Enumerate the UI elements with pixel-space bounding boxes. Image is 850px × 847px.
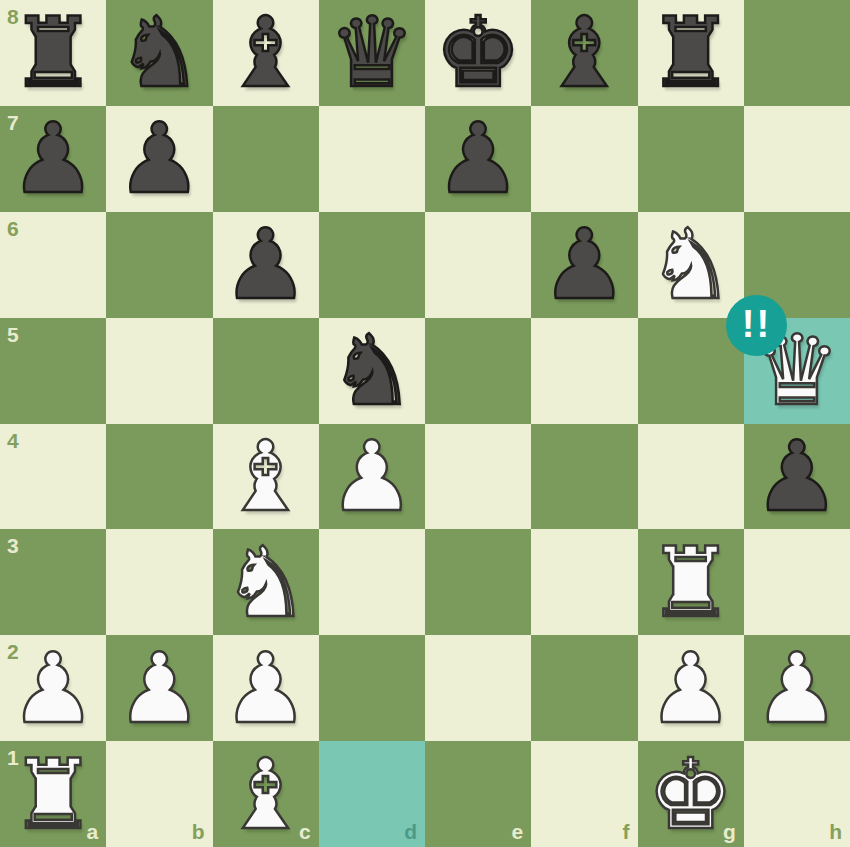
square-a6[interactable]: 6 bbox=[0, 212, 106, 318]
square-a8[interactable]: 8♜ bbox=[0, 0, 106, 106]
black-rook-piece[interactable]: ♜ bbox=[638, 0, 744, 106]
white-rook-piece[interactable]: ♜ bbox=[638, 529, 744, 635]
square-d4[interactable]: ♟ bbox=[319, 424, 425, 530]
brilliant-move-badge-icon: !! bbox=[726, 295, 787, 356]
square-e7[interactable]: ♟ bbox=[425, 106, 531, 212]
square-b6[interactable] bbox=[106, 212, 212, 318]
square-g3[interactable]: ♜ bbox=[638, 529, 744, 635]
square-a7[interactable]: 7♟ bbox=[0, 106, 106, 212]
file-label-e: e bbox=[512, 821, 524, 842]
white-pawn-piece[interactable]: ♟ bbox=[0, 635, 106, 741]
chess-board: 8♜♞♝♛♚♝♜7♟♟♟6♟♟♞5♞♛4♝♟♟3♞♜2♟♟♟♟♟1a♜bc♝de… bbox=[0, 0, 850, 847]
square-f6[interactable]: ♟ bbox=[531, 212, 637, 318]
black-queen-piece[interactable]: ♛ bbox=[319, 0, 425, 106]
rank-label-3: 3 bbox=[7, 535, 19, 556]
black-pawn-piece[interactable]: ♟ bbox=[425, 106, 531, 212]
square-a3[interactable]: 3 bbox=[0, 529, 106, 635]
rank-label-4: 4 bbox=[7, 430, 19, 451]
square-f7[interactable] bbox=[531, 106, 637, 212]
square-h7[interactable] bbox=[744, 106, 850, 212]
square-h1[interactable]: h bbox=[744, 741, 850, 847]
square-b7[interactable]: ♟ bbox=[106, 106, 212, 212]
square-c4[interactable]: ♝ bbox=[213, 424, 319, 530]
black-rook-piece[interactable]: ♜ bbox=[0, 0, 106, 106]
square-g4[interactable] bbox=[638, 424, 744, 530]
square-d8[interactable]: ♛ bbox=[319, 0, 425, 106]
white-knight-piece[interactable]: ♞ bbox=[638, 212, 744, 318]
square-c5[interactable] bbox=[213, 318, 319, 424]
square-e3[interactable] bbox=[425, 529, 531, 635]
square-g2[interactable]: ♟ bbox=[638, 635, 744, 741]
square-b4[interactable] bbox=[106, 424, 212, 530]
square-f1[interactable]: f bbox=[531, 741, 637, 847]
square-e6[interactable] bbox=[425, 212, 531, 318]
square-c6[interactable]: ♟ bbox=[213, 212, 319, 318]
rank-label-6: 6 bbox=[7, 218, 19, 239]
square-b2[interactable]: ♟ bbox=[106, 635, 212, 741]
square-e8[interactable]: ♚ bbox=[425, 0, 531, 106]
square-a4[interactable]: 4 bbox=[0, 424, 106, 530]
white-knight-piece[interactable]: ♞ bbox=[213, 529, 319, 635]
black-pawn-piece[interactable]: ♟ bbox=[531, 212, 637, 318]
white-bishop-piece[interactable]: ♝ bbox=[213, 741, 319, 847]
white-bishop-piece[interactable]: ♝ bbox=[213, 424, 319, 530]
square-e1[interactable]: e bbox=[425, 741, 531, 847]
white-pawn-piece[interactable]: ♟ bbox=[319, 424, 425, 530]
square-g8[interactable]: ♜ bbox=[638, 0, 744, 106]
square-c8[interactable]: ♝ bbox=[213, 0, 319, 106]
black-bishop-piece[interactable]: ♝ bbox=[531, 0, 637, 106]
square-g7[interactable] bbox=[638, 106, 744, 212]
square-e4[interactable] bbox=[425, 424, 531, 530]
square-c2[interactable]: ♟ bbox=[213, 635, 319, 741]
file-label-f: f bbox=[623, 821, 630, 842]
square-e2[interactable] bbox=[425, 635, 531, 741]
square-f3[interactable] bbox=[531, 529, 637, 635]
square-f2[interactable] bbox=[531, 635, 637, 741]
white-pawn-piece[interactable]: ♟ bbox=[744, 635, 850, 741]
file-label-d: d bbox=[404, 821, 417, 842]
square-f5[interactable] bbox=[531, 318, 637, 424]
square-c1[interactable]: c♝ bbox=[213, 741, 319, 847]
square-d5[interactable]: ♞ bbox=[319, 318, 425, 424]
white-pawn-piece[interactable]: ♟ bbox=[638, 635, 744, 741]
square-h8[interactable] bbox=[744, 0, 850, 106]
square-b5[interactable] bbox=[106, 318, 212, 424]
white-pawn-piece[interactable]: ♟ bbox=[106, 635, 212, 741]
white-rook-piece[interactable]: ♜ bbox=[0, 741, 106, 847]
square-d3[interactable] bbox=[319, 529, 425, 635]
square-c3[interactable]: ♞ bbox=[213, 529, 319, 635]
square-a2[interactable]: 2♟ bbox=[0, 635, 106, 741]
square-f4[interactable] bbox=[531, 424, 637, 530]
square-d6[interactable] bbox=[319, 212, 425, 318]
black-knight-piece[interactable]: ♞ bbox=[319, 318, 425, 424]
black-king-piece[interactable]: ♚ bbox=[425, 0, 531, 106]
square-g6[interactable]: ♞ bbox=[638, 212, 744, 318]
white-king-piece[interactable]: ♚ bbox=[638, 741, 744, 847]
square-b3[interactable] bbox=[106, 529, 212, 635]
square-d2[interactable] bbox=[319, 635, 425, 741]
square-a1[interactable]: 1a♜ bbox=[0, 741, 106, 847]
square-d7[interactable] bbox=[319, 106, 425, 212]
square-c7[interactable] bbox=[213, 106, 319, 212]
square-e5[interactable] bbox=[425, 318, 531, 424]
white-pawn-piece[interactable]: ♟ bbox=[213, 635, 319, 741]
square-b1[interactable]: b bbox=[106, 741, 212, 847]
black-pawn-piece[interactable]: ♟ bbox=[213, 212, 319, 318]
black-pawn-piece[interactable]: ♟ bbox=[106, 106, 212, 212]
square-h4[interactable]: ♟ bbox=[744, 424, 850, 530]
square-h3[interactable] bbox=[744, 529, 850, 635]
square-b8[interactable]: ♞ bbox=[106, 0, 212, 106]
black-pawn-piece[interactable]: ♟ bbox=[0, 106, 106, 212]
black-knight-piece[interactable]: ♞ bbox=[106, 0, 212, 106]
square-h2[interactable]: ♟ bbox=[744, 635, 850, 741]
file-label-b: b bbox=[192, 821, 205, 842]
square-g1[interactable]: g♚ bbox=[638, 741, 744, 847]
file-label-h: h bbox=[829, 821, 842, 842]
square-a5[interactable]: 5 bbox=[0, 318, 106, 424]
black-pawn-piece[interactable]: ♟ bbox=[744, 424, 850, 530]
square-f8[interactable]: ♝ bbox=[531, 0, 637, 106]
black-bishop-piece[interactable]: ♝ bbox=[213, 0, 319, 106]
square-d1[interactable]: d bbox=[319, 741, 425, 847]
rank-label-5: 5 bbox=[7, 324, 19, 345]
